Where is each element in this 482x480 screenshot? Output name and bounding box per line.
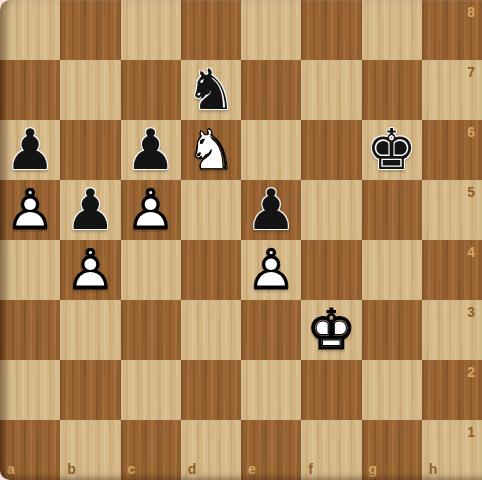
rank-label-5: 5 — [467, 185, 475, 199]
square-c1[interactable]: c — [121, 420, 181, 480]
square-c7[interactable] — [121, 60, 181, 120]
square-b1[interactable]: b — [60, 420, 120, 480]
square-f5[interactable] — [301, 180, 361, 240]
square-f3[interactable]: ♚♔ — [301, 300, 361, 360]
square-h3[interactable]: 3 — [422, 300, 482, 360]
square-d8[interactable] — [181, 0, 241, 60]
square-a2[interactable] — [0, 360, 60, 420]
file-label-e: e — [248, 462, 256, 476]
square-c5[interactable]: ♟♙ — [121, 180, 181, 240]
square-h7[interactable]: 7 — [422, 60, 482, 120]
square-d3[interactable] — [181, 300, 241, 360]
square-f2[interactable] — [301, 360, 361, 420]
file-label-f: f — [308, 462, 313, 476]
square-b2[interactable] — [60, 360, 120, 420]
square-g6[interactable]: ♚ — [362, 120, 422, 180]
piece-outline-glyph: ♔ — [301, 300, 361, 360]
rank-label-1: 1 — [467, 425, 475, 439]
square-d1[interactable]: d — [181, 420, 241, 480]
square-f4[interactable] — [301, 240, 361, 300]
rank-label-7: 7 — [467, 65, 475, 79]
square-e3[interactable] — [241, 300, 301, 360]
square-a5[interactable]: ♟♙ — [0, 180, 60, 240]
black-pawn[interactable]: ♟ — [121, 120, 181, 180]
square-d4[interactable] — [181, 240, 241, 300]
square-f7[interactable] — [301, 60, 361, 120]
square-c3[interactable] — [121, 300, 181, 360]
square-b4[interactable]: ♟♙ — [60, 240, 120, 300]
rank-label-6: 6 — [467, 125, 475, 139]
white-pawn[interactable]: ♟♙ — [0, 180, 60, 240]
square-g7[interactable] — [362, 60, 422, 120]
piece-outline-glyph: ♙ — [0, 180, 60, 240]
piece-outline-glyph: ♙ — [121, 180, 181, 240]
square-c8[interactable] — [121, 0, 181, 60]
piece-glyph: ♟ — [241, 180, 301, 240]
square-f8[interactable] — [301, 0, 361, 60]
square-a4[interactable] — [0, 240, 60, 300]
square-h2[interactable]: 2 — [422, 360, 482, 420]
black-knight[interactable]: ♞ — [181, 60, 241, 120]
page-background: { "game": "chess", "position": { "fen": … — [0, 0, 482, 480]
square-h1[interactable]: h1 — [422, 420, 482, 480]
piece-glyph: ♚ — [362, 120, 422, 180]
rank-label-8: 8 — [467, 5, 475, 19]
square-e7[interactable] — [241, 60, 301, 120]
piece-glyph: ♟ — [60, 180, 120, 240]
piece-outline-glyph: ♘ — [181, 120, 241, 180]
square-b6[interactable] — [60, 120, 120, 180]
square-e5[interactable]: ♟ — [241, 180, 301, 240]
square-e8[interactable] — [241, 0, 301, 60]
square-c4[interactable] — [121, 240, 181, 300]
square-g3[interactable] — [362, 300, 422, 360]
square-d2[interactable] — [181, 360, 241, 420]
file-label-c: c — [128, 462, 136, 476]
piece-glyph: ♞ — [181, 60, 241, 120]
square-b5[interactable]: ♟ — [60, 180, 120, 240]
piece-glyph: ♟ — [0, 120, 60, 180]
square-a6[interactable]: ♟ — [0, 120, 60, 180]
square-a1[interactable]: a — [0, 420, 60, 480]
rank-label-2: 2 — [467, 365, 475, 379]
file-label-b: b — [67, 462, 76, 476]
square-c2[interactable] — [121, 360, 181, 420]
black-pawn[interactable]: ♟ — [60, 180, 120, 240]
square-g1[interactable]: g — [362, 420, 422, 480]
square-d6[interactable]: ♞♘ — [181, 120, 241, 180]
square-c6[interactable]: ♟ — [121, 120, 181, 180]
white-king[interactable]: ♚♔ — [301, 300, 361, 360]
square-b7[interactable] — [60, 60, 120, 120]
square-a3[interactable] — [0, 300, 60, 360]
file-label-d: d — [188, 462, 197, 476]
piece-outline-glyph: ♙ — [241, 240, 301, 300]
square-f1[interactable]: f — [301, 420, 361, 480]
square-e1[interactable]: e — [241, 420, 301, 480]
square-g2[interactable] — [362, 360, 422, 420]
square-d5[interactable] — [181, 180, 241, 240]
square-b8[interactable] — [60, 0, 120, 60]
square-h5[interactable]: 5 — [422, 180, 482, 240]
black-pawn[interactable]: ♟ — [241, 180, 301, 240]
rank-label-4: 4 — [467, 245, 475, 259]
file-label-a: a — [7, 462, 15, 476]
square-g8[interactable] — [362, 0, 422, 60]
square-g5[interactable] — [362, 180, 422, 240]
square-f6[interactable] — [301, 120, 361, 180]
square-e2[interactable] — [241, 360, 301, 420]
piece-outline-glyph: ♙ — [60, 240, 120, 300]
square-e4[interactable]: ♟♙ — [241, 240, 301, 300]
square-b3[interactable] — [60, 300, 120, 360]
white-knight[interactable]: ♞♘ — [181, 120, 241, 180]
file-label-g: g — [369, 462, 378, 476]
square-h8[interactable]: 8 — [422, 0, 482, 60]
square-e6[interactable] — [241, 120, 301, 180]
file-label-h: h — [429, 462, 438, 476]
black-king[interactable]: ♚ — [362, 120, 422, 180]
black-pawn[interactable]: ♟ — [0, 120, 60, 180]
rank-label-3: 3 — [467, 305, 475, 319]
white-pawn[interactable]: ♟♙ — [121, 180, 181, 240]
piece-glyph: ♟ — [121, 120, 181, 180]
square-d7[interactable]: ♞ — [181, 60, 241, 120]
square-g4[interactable] — [362, 240, 422, 300]
white-pawn[interactable]: ♟♙ — [60, 240, 120, 300]
chess-board[interactable]: 8♞7♟♟♞♘♚6♟♙♟♟♙♟5♟♙♟♙4♚♔32abcdefgh1 — [0, 0, 482, 480]
square-a8[interactable] — [0, 0, 60, 60]
square-a7[interactable] — [0, 60, 60, 120]
square-h4[interactable]: 4 — [422, 240, 482, 300]
square-h6[interactable]: 6 — [422, 120, 482, 180]
white-pawn[interactable]: ♟♙ — [241, 240, 301, 300]
